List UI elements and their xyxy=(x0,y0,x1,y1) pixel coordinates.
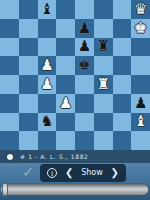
show-button[interactable]: Show xyxy=(81,164,103,182)
slider-thumb[interactable] xyxy=(2,183,8,196)
square-d3[interactable]: ♟ xyxy=(56,94,75,113)
square-g2[interactable] xyxy=(113,113,132,132)
square-h4[interactable] xyxy=(131,75,150,94)
square-g1[interactable] xyxy=(113,131,132,150)
control-pill: i ❮ Show ❯ xyxy=(40,164,126,182)
square-e2[interactable] xyxy=(75,113,94,132)
square-h7[interactable]: ♚ xyxy=(131,19,150,38)
square-d4[interactable] xyxy=(56,75,75,94)
square-b2[interactable] xyxy=(19,113,38,132)
piece-white-pawn[interactable]: ♟ xyxy=(40,58,53,73)
piece-white-king[interactable]: ♚ xyxy=(134,20,147,35)
square-g7[interactable] xyxy=(113,19,132,38)
square-d6[interactable] xyxy=(56,38,75,57)
square-h3[interactable]: ♟ xyxy=(131,94,150,113)
square-f1[interactable] xyxy=(94,131,113,150)
square-c6[interactable] xyxy=(38,38,57,57)
square-g5[interactable] xyxy=(113,56,132,75)
square-d5[interactable] xyxy=(56,56,75,75)
piece-black-bishop[interactable]: ♝ xyxy=(40,1,53,16)
square-b7[interactable] xyxy=(19,19,38,38)
square-h5[interactable] xyxy=(131,56,150,75)
square-c8[interactable]: ♝ xyxy=(38,0,57,19)
piece-white-pawn[interactable]: ♟ xyxy=(40,76,53,91)
next-button[interactable]: ❯ xyxy=(111,164,119,182)
square-d2[interactable] xyxy=(56,113,75,132)
square-b8[interactable] xyxy=(19,0,38,19)
square-b5[interactable] xyxy=(19,56,38,75)
square-a7[interactable] xyxy=(0,19,19,38)
square-e4[interactable] xyxy=(75,75,94,94)
square-g3[interactable] xyxy=(113,94,132,113)
piece-white-pawn[interactable]: ♟ xyxy=(59,95,72,110)
square-f4[interactable]: ♜ xyxy=(94,75,113,94)
prev-button[interactable]: ❮ xyxy=(65,164,73,182)
square-b1[interactable] xyxy=(19,131,38,150)
square-e6[interactable]: ♟ xyxy=(75,38,94,57)
piece-white-rook[interactable]: ♜ xyxy=(96,76,109,91)
square-e5[interactable]: ♚ xyxy=(75,56,94,75)
square-a5[interactable] xyxy=(0,56,19,75)
bullet-icon xyxy=(7,154,13,160)
square-f5[interactable] xyxy=(94,56,113,75)
square-g8[interactable] xyxy=(113,0,132,19)
square-h6[interactable] xyxy=(131,38,150,57)
square-a8[interactable] xyxy=(0,0,19,19)
square-f2[interactable] xyxy=(94,113,113,132)
square-a1[interactable] xyxy=(0,131,19,150)
square-b3[interactable] xyxy=(19,94,38,113)
seek-slider[interactable] xyxy=(1,184,148,195)
square-c4[interactable]: ♟ xyxy=(38,75,57,94)
square-c5[interactable]: ♟ xyxy=(38,56,57,75)
square-e3[interactable] xyxy=(75,94,94,113)
square-e8[interactable] xyxy=(75,0,94,19)
square-h2[interactable]: ♝ xyxy=(131,113,150,132)
square-h1[interactable] xyxy=(131,131,150,150)
square-b4[interactable] xyxy=(19,75,38,94)
chess-board: ♝♛♟♚♟♜♟♚♟♜♟♟♞♝ xyxy=(0,0,150,150)
piece-black-knight[interactable]: ♞ xyxy=(40,114,53,129)
square-a4[interactable] xyxy=(0,75,19,94)
puzzle-app-screen: ♝♛♟♚♟♜♟♚♟♜♟♟♞♝ # 1 - A. L. S., 1882 ✓ i … xyxy=(0,0,150,200)
square-c7[interactable] xyxy=(38,19,57,38)
square-a6[interactable] xyxy=(0,38,19,57)
square-f8[interactable] xyxy=(94,0,113,19)
square-d1[interactable] xyxy=(56,131,75,150)
piece-white-bishop[interactable]: ♝ xyxy=(134,114,147,129)
square-c3[interactable] xyxy=(38,94,57,113)
square-d8[interactable] xyxy=(56,0,75,19)
square-c1[interactable] xyxy=(38,131,57,150)
square-f6[interactable]: ♜ xyxy=(94,38,113,57)
square-g6[interactable] xyxy=(113,38,132,57)
square-a3[interactable] xyxy=(0,94,19,113)
info-icon[interactable]: i xyxy=(47,168,57,178)
piece-black-king[interactable]: ♚ xyxy=(78,58,91,73)
square-b6[interactable] xyxy=(19,38,38,57)
puzzle-title: # 1 - A. L. S., 1882 xyxy=(20,153,89,160)
square-f7[interactable] xyxy=(94,19,113,38)
piece-black-pawn[interactable]: ♟ xyxy=(134,95,147,110)
solved-checkmark-icon: ✓ xyxy=(22,163,35,181)
square-c2[interactable]: ♞ xyxy=(38,113,57,132)
square-g4[interactable] xyxy=(113,75,132,94)
puzzle-caption-bar: # 1 - A. L. S., 1882 xyxy=(0,150,150,163)
piece-white-queen[interactable]: ♛ xyxy=(134,1,147,16)
square-h8[interactable]: ♛ xyxy=(131,0,150,19)
square-f3[interactable] xyxy=(94,94,113,113)
piece-black-pawn[interactable]: ♟ xyxy=(78,39,91,54)
square-e7[interactable]: ♟ xyxy=(75,19,94,38)
square-d7[interactable] xyxy=(56,19,75,38)
square-e1[interactable] xyxy=(75,131,94,150)
piece-black-rook[interactable]: ♜ xyxy=(96,39,109,54)
piece-black-pawn[interactable]: ♟ xyxy=(78,20,91,35)
square-a2[interactable] xyxy=(0,113,19,132)
